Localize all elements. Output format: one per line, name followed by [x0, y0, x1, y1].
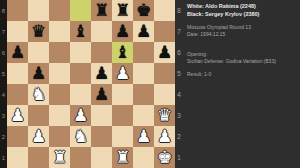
square-d7[interactable]: ♝ [70, 21, 91, 42]
rank-label-6-left: 6 [0, 42, 7, 63]
white-pawn-piece[interactable]: ♟ [70, 105, 91, 126]
square-f1[interactable]: ♜ [112, 147, 133, 168]
black-king-piece[interactable]: ♚ [133, 0, 154, 21]
square-h1[interactable]: ♚ [154, 147, 175, 168]
square-h7[interactable] [154, 21, 175, 42]
square-e1[interactable] [91, 147, 112, 168]
black-pawn-piece[interactable]: ♟ [91, 63, 112, 84]
square-d8[interactable] [70, 0, 91, 21]
square-a4[interactable] [7, 84, 28, 105]
black-pawn-piece[interactable]: ♟ [133, 21, 154, 42]
square-g6[interactable] [133, 42, 154, 63]
rank-label-6-right: 6 [175, 42, 187, 63]
square-f5[interactable]: ♟ [112, 63, 133, 84]
rank-label-1-right: 1 [175, 147, 187, 168]
square-e7[interactable] [91, 21, 112, 42]
square-c1[interactable]: ♜ [49, 147, 70, 168]
chess-app-window: 87654321 ♜♜♚♛♝♟♟♟♝♟♟♟♟♞♟♟♟♛♟♞♟♟♜♜♚ 87654… [0, 0, 300, 168]
rank-label-1-left: 1 [0, 147, 7, 168]
square-g8[interactable]: ♚ [133, 0, 154, 21]
square-a7[interactable] [7, 21, 28, 42]
square-c7[interactable] [49, 21, 70, 42]
white-pawn-piece[interactable]: ♟ [133, 126, 154, 147]
black-pawn-piece[interactable]: ♟ [112, 21, 133, 42]
square-f4[interactable] [112, 84, 133, 105]
white-pawn-piece[interactable]: ♟ [112, 63, 133, 84]
game-metadata: White: Aldo Rakima (2248) Black: Sergey … [187, 0, 300, 168]
white-knight-piece[interactable]: ♞ [28, 84, 49, 105]
opening-label: Opening: [187, 51, 300, 59]
rank-label-2-right: 2 [175, 126, 187, 147]
rank-label-4-right: 4 [175, 84, 187, 105]
square-h2[interactable]: ♟ [154, 126, 175, 147]
black-rook-piece[interactable]: ♜ [112, 0, 133, 21]
result-label: Result: 1-0 [187, 71, 300, 79]
square-c4[interactable] [49, 84, 70, 105]
square-b7[interactable]: ♛ [28, 21, 49, 42]
black-pawn-piece[interactable]: ♟ [7, 42, 28, 63]
square-g2[interactable]: ♟ [133, 126, 154, 147]
square-g1[interactable] [133, 147, 154, 168]
square-g5[interactable] [133, 63, 154, 84]
square-a3[interactable]: ♟ [7, 105, 28, 126]
event-label: Moscow Olympiad Round 13 [187, 24, 300, 32]
square-g4[interactable] [133, 84, 154, 105]
black-bishop-piece[interactable]: ♝ [70, 21, 91, 42]
opening-name-label: Sicilian Defense: Godiva Variation (B33) [187, 58, 300, 66]
white-rook-piece[interactable]: ♜ [112, 147, 133, 168]
square-c5[interactable] [49, 63, 70, 84]
square-c3[interactable] [49, 105, 70, 126]
square-h8[interactable] [154, 0, 175, 21]
square-h5[interactable] [154, 63, 175, 84]
square-c8[interactable] [49, 0, 70, 21]
rank-label-7-left: 7 [0, 21, 7, 42]
black-pawn-piece[interactable]: ♟ [91, 84, 112, 105]
square-e8[interactable]: ♜ [91, 0, 112, 21]
rank-label-2-left: 2 [0, 126, 7, 147]
square-b8[interactable] [28, 0, 49, 21]
date-label: Date: 1994.12.15 [187, 31, 300, 39]
square-f3[interactable] [112, 105, 133, 126]
square-a6[interactable]: ♟ [7, 42, 28, 63]
rank-label-7-right: 7 [175, 21, 187, 42]
rank-label-8-right: 8 [175, 0, 187, 21]
square-h3[interactable]: ♛ [154, 105, 175, 126]
black-bishop-piece[interactable]: ♝ [112, 42, 133, 63]
white-pawn-piece[interactable]: ♟ [7, 105, 28, 126]
rank-label-4-left: 4 [0, 84, 7, 105]
square-d2[interactable]: ♞ [70, 126, 91, 147]
black-player-label: Black: Sergey Krylov (2380) [187, 11, 300, 19]
square-b6[interactable] [28, 42, 49, 63]
white-king-piece[interactable]: ♚ [154, 147, 175, 168]
square-g7[interactable]: ♟ [133, 21, 154, 42]
square-e6[interactable] [91, 42, 112, 63]
square-h4[interactable] [154, 84, 175, 105]
chess-board: ♜♜♚♛♝♟♟♟♝♟♟♟♟♞♟♟♟♛♟♞♟♟♜♜♚ [7, 0, 175, 168]
square-f7[interactable]: ♟ [112, 21, 133, 42]
rank-label-5-left: 5 [0, 63, 7, 84]
white-player-label: White: Aldo Rakima (2248) [187, 3, 300, 11]
square-b2[interactable]: ♟ [28, 126, 49, 147]
square-e4[interactable]: ♟ [91, 84, 112, 105]
square-f6[interactable]: ♝ [112, 42, 133, 63]
square-f2[interactable] [112, 126, 133, 147]
square-e5[interactable]: ♟ [91, 63, 112, 84]
black-queen-piece[interactable]: ♛ [28, 21, 49, 42]
square-c2[interactable] [49, 126, 70, 147]
square-b3[interactable] [28, 105, 49, 126]
white-rook-piece[interactable]: ♜ [49, 147, 70, 168]
white-knight-piece[interactable]: ♞ [70, 126, 91, 147]
black-rook-piece[interactable]: ♜ [91, 0, 112, 21]
square-b5[interactable]: ♟ [28, 63, 49, 84]
square-d4[interactable] [70, 84, 91, 105]
rank-label-8-left: 8 [0, 0, 7, 21]
square-g3[interactable] [133, 105, 154, 126]
rank-label-5-right: 5 [175, 63, 187, 84]
white-pawn-piece[interactable]: ♟ [154, 126, 175, 147]
white-queen-piece[interactable]: ♛ [154, 105, 175, 126]
square-d6[interactable] [70, 42, 91, 63]
white-pawn-piece[interactable]: ♟ [28, 126, 49, 147]
square-a5[interactable] [7, 63, 28, 84]
square-e3[interactable] [91, 105, 112, 126]
square-a2[interactable] [7, 126, 28, 147]
square-b1[interactable] [28, 147, 49, 168]
black-pawn-piece[interactable]: ♟ [28, 63, 49, 84]
square-a8[interactable] [7, 0, 28, 21]
rank-label-3-right: 3 [175, 105, 187, 126]
square-b4[interactable]: ♞ [28, 84, 49, 105]
square-c6[interactable] [49, 42, 70, 63]
square-d5[interactable] [70, 63, 91, 84]
square-h6[interactable]: ♟ [154, 42, 175, 63]
board-right-rank-coordinates: 87654321 [175, 0, 187, 168]
square-f8[interactable]: ♜ [112, 0, 133, 21]
square-e2[interactable] [91, 126, 112, 147]
black-pawn-piece[interactable]: ♟ [154, 42, 175, 63]
square-d3[interactable]: ♟ [70, 105, 91, 126]
board-left-rank-coordinates: 87654321 [0, 0, 7, 168]
square-a1[interactable] [7, 147, 28, 168]
game-info-panel: 87654321 White: Aldo Rakima (2248) Black… [175, 0, 300, 168]
rank-label-3-left: 3 [0, 105, 7, 126]
square-d1[interactable] [70, 147, 91, 168]
